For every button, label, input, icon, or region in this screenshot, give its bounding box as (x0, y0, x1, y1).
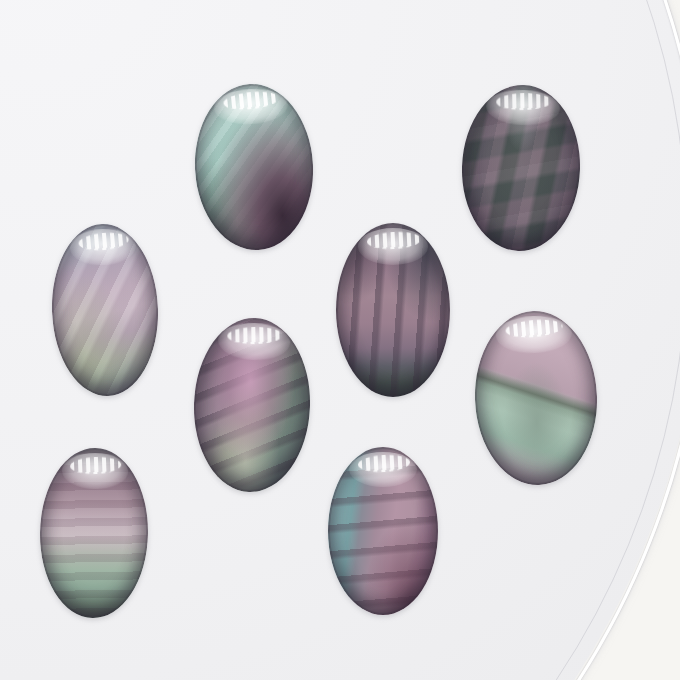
specular-highlight (349, 452, 417, 487)
cabochon-6-mid-right (472, 309, 600, 487)
photo-canvas: Overhead macro photograph of eight iride… (0, 0, 680, 680)
window-reflection-glints (366, 230, 420, 250)
window-reflection-glints (70, 456, 121, 475)
window-reflection-glints (357, 454, 409, 473)
cabochon-8-bottom-center (328, 447, 438, 615)
specular-highlight (69, 228, 136, 266)
specular-highlight (213, 87, 288, 126)
specular-highlight (218, 322, 291, 361)
window-reflection-glints (496, 93, 552, 111)
cabochon-2-top-right (459, 83, 583, 253)
specular-highlight (486, 89, 560, 126)
cabochon-3-mid-left (49, 222, 161, 398)
window-reflection-glints (228, 326, 283, 344)
window-reflection-glints (78, 230, 129, 251)
specular-highlight (358, 228, 429, 265)
cabochon-7-bottom-left (39, 447, 150, 619)
specular-highlight (61, 453, 129, 490)
window-reflection-glints (505, 317, 564, 339)
cabochon-5-center (191, 316, 313, 494)
cabochon-group (0, 0, 680, 680)
window-reflection-glints (223, 90, 280, 112)
specular-highlight (495, 315, 572, 354)
cabochon-4-mid-center (336, 223, 450, 397)
cabochon-1-top-left (191, 81, 318, 253)
